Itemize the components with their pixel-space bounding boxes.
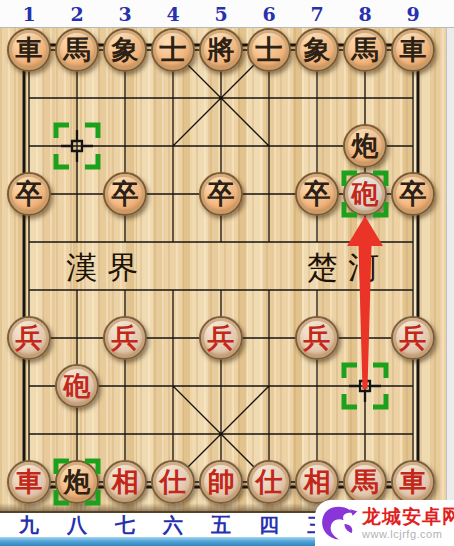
bottom-coord-3: 七 xyxy=(115,513,135,537)
bottom-coord-2: 八 xyxy=(67,513,87,537)
top-coord-8: 8 xyxy=(358,2,371,26)
top-coord-1: 1 xyxy=(22,2,35,26)
piece-red-馬-f8r9[interactable]: 馬 xyxy=(343,460,387,504)
river-label-left: 漢界 xyxy=(66,247,148,289)
piece-red-砲-f2r7[interactable]: 砲 xyxy=(55,364,99,408)
piece-black-炮-f2r9[interactable]: 炮 xyxy=(55,460,99,504)
watermark-title: 龙城安卓网 xyxy=(362,507,454,526)
piece-black-士-f4r0[interactable]: 士 xyxy=(151,28,195,72)
piece-red-仕-f6r9[interactable]: 仕 xyxy=(247,460,291,504)
top-coord-9: 9 xyxy=(406,2,419,26)
top-coord-4: 4 xyxy=(166,2,179,26)
piece-black-象-f7r0[interactable]: 象 xyxy=(295,28,339,72)
piece-red-兵-f3r6[interactable]: 兵 xyxy=(103,316,147,360)
piece-black-象-f3r0[interactable]: 象 xyxy=(103,28,147,72)
piece-black-炮-f8r2[interactable]: 炮 xyxy=(343,124,387,168)
piece-black-卒-f5r3[interactable]: 卒 xyxy=(199,172,243,216)
top-coord-6: 6 xyxy=(262,2,275,26)
piece-black-卒-f1r3[interactable]: 卒 xyxy=(7,172,51,216)
bottom-coord-6: 四 xyxy=(259,513,279,537)
watermark: 龙城安卓网 www.lcjrfg.com xyxy=(315,500,454,546)
piece-red-兵-f7r6[interactable]: 兵 xyxy=(295,316,339,360)
piece-red-車-f1r9[interactable]: 車 xyxy=(7,460,51,504)
piece-black-馬-f8r0[interactable]: 馬 xyxy=(343,28,387,72)
piece-red-砲-f8r3[interactable]: 砲 xyxy=(343,172,387,216)
piece-red-兵-f1r6[interactable]: 兵 xyxy=(7,316,51,360)
piece-black-卒-f7r3[interactable]: 卒 xyxy=(295,172,339,216)
piece-red-兵-f5r6[interactable]: 兵 xyxy=(199,316,243,360)
piece-black-卒-f9r3[interactable]: 卒 xyxy=(391,172,435,216)
top-coord-7: 7 xyxy=(310,2,323,26)
piece-red-仕-f4r9[interactable]: 仕 xyxy=(151,460,195,504)
app-window: 123456789 漢界 楚河 車馬象士將士象馬車炮卒卒卒卒砲卒兵兵兵兵兵砲車炮… xyxy=(0,0,454,546)
top-coordinates: 123456789 xyxy=(0,0,454,28)
piece-black-馬-f2r0[interactable]: 馬 xyxy=(55,28,99,72)
top-coord-3: 3 xyxy=(118,2,131,26)
right-gutter xyxy=(446,28,454,513)
watermark-url: www.lcjrfg.com xyxy=(362,529,454,540)
piece-black-卒-f3r3[interactable]: 卒 xyxy=(103,172,147,216)
river-label-right: 楚河 xyxy=(307,247,389,289)
xiangqi-board[interactable]: 漢界 楚河 xyxy=(0,28,446,513)
top-coord-5: 5 xyxy=(214,2,227,26)
dragon-logo-icon xyxy=(317,502,361,544)
piece-black-車-f9r0[interactable]: 車 xyxy=(391,28,435,72)
piece-red-相-f3r9[interactable]: 相 xyxy=(103,460,147,504)
piece-red-相-f7r9[interactable]: 相 xyxy=(295,460,339,504)
piece-black-士-f6r0[interactable]: 士 xyxy=(247,28,291,72)
piece-red-車-f9r9[interactable]: 車 xyxy=(391,460,435,504)
piece-black-車-f1r0[interactable]: 車 xyxy=(7,28,51,72)
bottom-coord-5: 五 xyxy=(211,513,231,537)
bottom-coord-1: 九 xyxy=(19,513,39,537)
top-coord-2: 2 xyxy=(70,2,83,26)
piece-black-將-f5r0[interactable]: 將 xyxy=(199,28,243,72)
piece-red-帥-f5r9[interactable]: 帥 xyxy=(199,460,243,504)
piece-red-兵-f9r6[interactable]: 兵 xyxy=(391,316,435,360)
bottom-coord-4: 六 xyxy=(163,513,183,537)
